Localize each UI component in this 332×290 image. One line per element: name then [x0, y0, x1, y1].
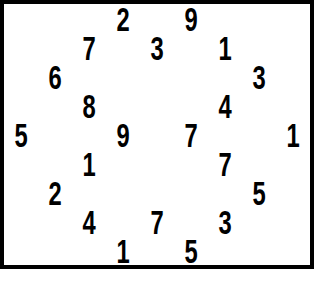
given-digit: 5: [252, 176, 265, 210]
given-digit: 4: [82, 205, 95, 239]
cell-r4c3: 8: [72, 91, 110, 122]
cell-r1c1[interactable]: [4, 4, 40, 35]
cell-r2c9[interactable]: [276, 33, 310, 64]
cell-r7c1[interactable]: [4, 178, 40, 209]
given-digit: 1: [116, 234, 129, 268]
given-digit: 3: [252, 60, 265, 94]
cell-r1c9[interactable]: [276, 4, 310, 35]
given-digit: 3: [150, 31, 163, 65]
cell-r8c1[interactable]: [4, 207, 40, 238]
cell-r2c4[interactable]: [106, 33, 142, 64]
given-digit: 7: [150, 205, 163, 239]
given-digit: 2: [48, 176, 61, 210]
cell-r7c4[interactable]: [106, 178, 142, 209]
cell-r8c9[interactable]: [276, 207, 310, 238]
cell-r8c5: 7: [140, 207, 176, 238]
given-digit: 7: [184, 118, 197, 152]
cell-r5c2[interactable]: [38, 120, 74, 151]
cell-r8c8[interactable]: [242, 207, 278, 238]
cell-r9c8[interactable]: [242, 236, 278, 265]
cell-r4c5[interactable]: [140, 91, 176, 122]
given-digit: 2: [116, 2, 129, 36]
cell-r9c4: 1: [106, 236, 142, 265]
cell-r4c2[interactable]: [38, 91, 74, 122]
given-digit: 5: [184, 234, 197, 268]
sudoku-board: 2973163845971172547315: [0, 0, 314, 269]
given-digit: 3: [218, 205, 231, 239]
given-digit: 4: [218, 89, 231, 123]
cell-r1c2[interactable]: [38, 4, 74, 35]
cell-r2c5: 3: [140, 33, 176, 64]
given-digit: 7: [82, 31, 95, 65]
cell-r9c1[interactable]: [4, 236, 40, 265]
cell-r5c8[interactable]: [242, 120, 278, 151]
cell-r2c3: 7: [72, 33, 110, 64]
cell-r4c8[interactable]: [242, 91, 278, 122]
cell-r9c6: 5: [174, 236, 212, 265]
cell-r7c8: 5: [242, 178, 278, 209]
cell-r2c6[interactable]: [174, 33, 212, 64]
given-digit: 8: [82, 89, 95, 123]
cell-r5c9: 1: [276, 120, 310, 151]
cell-r9c9[interactable]: [276, 236, 310, 265]
given-digit: 9: [116, 118, 129, 152]
cell-r2c1[interactable]: [4, 33, 40, 64]
given-digit: 1: [218, 31, 231, 65]
cell-r8c7: 3: [208, 207, 244, 238]
cell-r9c2[interactable]: [38, 236, 74, 265]
cell-r8c2[interactable]: [38, 207, 74, 238]
cell-r1c6: 9: [174, 4, 212, 35]
cell-r7c9[interactable]: [276, 178, 310, 209]
cell-r5c5[interactable]: [140, 120, 176, 151]
given-digit: 6: [48, 60, 61, 94]
cell-r5c4: 9: [106, 120, 142, 151]
given-digit: 5: [14, 118, 27, 152]
cell-r1c8[interactable]: [242, 4, 278, 35]
cell-r1c4: 2: [106, 4, 142, 35]
cell-r5c6: 7: [174, 120, 212, 151]
cell-r4c7: 4: [208, 91, 244, 122]
cell-r8c3: 4: [72, 207, 110, 238]
cell-r2c7: 1: [208, 33, 244, 64]
given-digit: 1: [286, 118, 299, 152]
given-digit: 7: [218, 147, 231, 181]
cell-r7c2: 2: [38, 178, 74, 209]
given-digit: 9: [184, 2, 197, 36]
cell-r7c6[interactable]: [174, 178, 212, 209]
given-digit: 1: [82, 147, 95, 181]
cell-r5c1: 5: [4, 120, 40, 151]
